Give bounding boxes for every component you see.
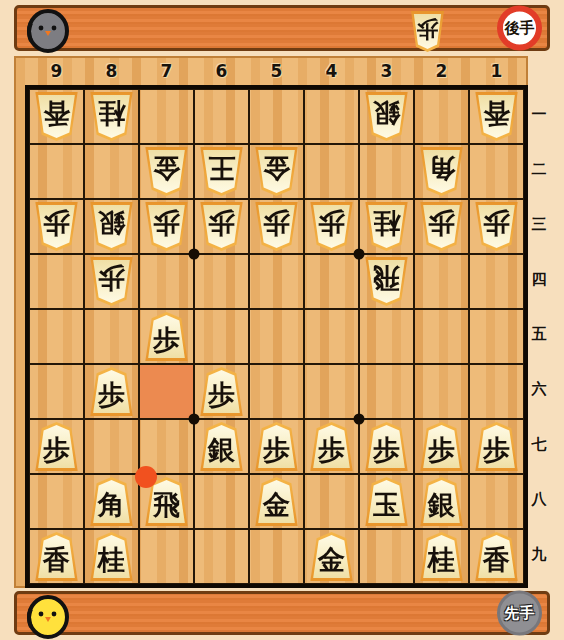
board-cell-1d[interactable] <box>469 254 524 309</box>
shogi-piece-sente[interactable]: 銀 <box>199 422 244 471</box>
board-cell-9a[interactable]: 香 <box>29 89 84 144</box>
piece-face: 角 <box>92 480 131 523</box>
board-cell-5e[interactable] <box>249 309 304 364</box>
board-cell-5d[interactable] <box>249 254 304 309</box>
shogi-piece-sente[interactable]: 歩 <box>34 422 79 471</box>
rank-label-9: 九 <box>528 527 550 582</box>
shogi-piece-gote[interactable]: 金 <box>144 147 189 196</box>
rank-label-4: 四 <box>528 252 550 307</box>
shogi-piece-gote[interactable]: 飛 <box>364 257 409 306</box>
shogi-piece-gote[interactable]: 歩 <box>199 202 244 251</box>
board-cell-3h[interactable]: 玉 <box>359 474 414 529</box>
board-cell-1b[interactable] <box>469 144 524 199</box>
piece-kanji: 歩 <box>43 211 70 238</box>
board-panel: 987654321 香桂銀香金王金角歩銀歩歩歩歩桂歩歩歩飛歩歩歩歩銀歩歩歩歩歩角… <box>14 56 528 588</box>
piece-face: 歩 <box>202 370 241 413</box>
board-cell-8g[interactable] <box>84 419 139 474</box>
shogi-piece-gote[interactable]: 歩 <box>89 257 134 306</box>
board-cell-3g[interactable]: 歩 <box>359 419 414 474</box>
file-label-3: 3 <box>359 61 414 81</box>
board-cell-7b[interactable]: 金 <box>139 144 194 199</box>
board-cell-1h[interactable] <box>469 474 524 529</box>
piece-kanji: 銀 <box>373 101 400 128</box>
chick-avatar-icon <box>25 595 71 640</box>
shogi-piece-gote[interactable]: 王 <box>199 147 244 196</box>
piece-face: 歩 <box>147 205 186 248</box>
board-cell-4d[interactable] <box>304 254 359 309</box>
piece-kanji: 王 <box>208 156 235 183</box>
piece-kanji: 金 <box>153 156 180 183</box>
board-cell-8f[interactable]: 歩 <box>84 364 139 419</box>
board-cell-8e[interactable] <box>84 309 139 364</box>
shogi-piece-sente[interactable]: 桂 <box>89 532 134 581</box>
board-cell-8b[interactable] <box>84 144 139 199</box>
board-cell-2a[interactable] <box>414 89 469 144</box>
board-cell-4g[interactable]: 歩 <box>304 419 359 474</box>
board-cell-2b[interactable]: 角 <box>414 144 469 199</box>
file-label-9: 9 <box>29 61 84 81</box>
shogi-piece-gote[interactable]: 桂 <box>364 202 409 251</box>
board-cell-4e[interactable] <box>304 309 359 364</box>
shogi-piece-gote[interactable]: 金 <box>254 147 299 196</box>
piece-face: 歩 <box>422 425 461 468</box>
piece-face: 桂 <box>92 535 131 578</box>
board-cell-5c[interactable]: 歩 <box>249 199 304 254</box>
shogi-piece-gote[interactable]: 銀 <box>364 92 409 141</box>
piece-kanji: 香 <box>483 101 510 128</box>
board-cell-6h[interactable] <box>194 474 249 529</box>
shogi-piece-sente[interactable]: 歩 <box>199 367 244 416</box>
piece-face: 歩 <box>312 425 351 468</box>
board-cell-6e[interactable] <box>194 309 249 364</box>
board-cell-2h[interactable]: 銀 <box>414 474 469 529</box>
piece-kanji: 歩 <box>263 211 290 238</box>
piece-kanji: 歩 <box>318 436 345 463</box>
piece-kanji: 桂 <box>428 546 455 573</box>
board-cell-5g[interactable]: 歩 <box>249 419 304 474</box>
shogi-piece-gote[interactable]: 歩 <box>144 202 189 251</box>
rank-label-8: 八 <box>528 472 550 527</box>
piece-kanji: 歩 <box>153 211 180 238</box>
piece-face: 歩 <box>477 205 516 248</box>
piece-kanji: 銀 <box>208 436 235 463</box>
board-cell-5b[interactable]: 金 <box>249 144 304 199</box>
star-point <box>189 249 200 260</box>
shogi-board: 香桂銀香金王金角歩銀歩歩歩歩桂歩歩歩飛歩歩歩歩銀歩歩歩歩歩角飛金玉銀香桂金桂香 <box>25 85 528 588</box>
file-label-4: 4 <box>304 61 359 81</box>
board-cell-4i[interactable]: 金 <box>304 529 359 584</box>
piece-kanji: 歩 <box>417 19 439 41</box>
piece-kanji: 飛 <box>153 491 180 518</box>
board-cell-2c[interactable]: 歩 <box>414 199 469 254</box>
shogi-piece-sente[interactable]: 歩 <box>89 367 134 416</box>
piece-kanji: 香 <box>43 546 70 573</box>
last-move-dot <box>135 466 157 488</box>
board-cell-3i[interactable] <box>359 529 414 584</box>
piece-face: 王 <box>202 150 241 193</box>
piece-kanji: 角 <box>428 156 455 183</box>
board-cell-9e[interactable] <box>29 309 84 364</box>
piece-kanji: 香 <box>483 546 510 573</box>
shogi-piece-sente[interactable]: 香 <box>34 532 79 581</box>
rank-label-5: 五 <box>528 307 550 362</box>
piece-face: 角 <box>422 150 461 193</box>
board-cell-6a[interactable] <box>194 89 249 144</box>
piece-face: 歩 <box>92 370 131 413</box>
shogi-piece-gote[interactable]: 香 <box>34 92 79 141</box>
file-label-5: 5 <box>249 61 304 81</box>
piece-kanji: 歩 <box>208 211 235 238</box>
shogi-piece-sente[interactable]: 金 <box>309 532 354 581</box>
board-cell-7c[interactable]: 歩 <box>139 199 194 254</box>
shogi-piece-sente[interactable]: 歩 <box>364 422 409 471</box>
piece-kanji: 歩 <box>98 381 125 408</box>
piece-face: 銀 <box>92 205 131 248</box>
shogi-piece-gote[interactable]: 角 <box>419 147 464 196</box>
sente-player-bar: 先手 <box>14 591 550 635</box>
rank-label-3: 三 <box>528 197 550 252</box>
board-cell-8c[interactable]: 銀 <box>84 199 139 254</box>
shogi-piece-sente[interactable]: 歩 <box>474 422 519 471</box>
shogi-piece-gote[interactable]: 香 <box>474 92 519 141</box>
star-point <box>354 249 365 260</box>
file-label-8: 8 <box>84 61 139 81</box>
file-label-2: 2 <box>414 61 469 81</box>
piece-kanji: 金 <box>263 491 290 518</box>
board-cell-3b[interactable] <box>359 144 414 199</box>
piece-face: 飛 <box>147 480 186 523</box>
piece-face: 歩 <box>257 425 296 468</box>
shogi-piece-gote[interactable]: 歩 <box>34 202 79 251</box>
board-cell-6f[interactable]: 歩 <box>194 364 249 419</box>
piece-face: 玉 <box>367 480 406 523</box>
piece-face: 歩 <box>202 205 241 248</box>
board-cell-6i[interactable] <box>194 529 249 584</box>
piece-kanji: 桂 <box>98 546 125 573</box>
board-cell-4a[interactable] <box>304 89 359 144</box>
board-cell-1e[interactable] <box>469 309 524 364</box>
board-cell-8i[interactable]: 桂 <box>84 529 139 584</box>
piece-face: 銀 <box>367 95 406 138</box>
board-cell-1c[interactable]: 歩 <box>469 199 524 254</box>
board-cell-7e[interactable]: 歩 <box>139 309 194 364</box>
piece-kanji: 歩 <box>98 266 125 293</box>
board-cell-5h[interactable]: 金 <box>249 474 304 529</box>
piece-face: 桂 <box>367 205 406 248</box>
board-cell-1g[interactable]: 歩 <box>469 419 524 474</box>
piece-face: 金 <box>147 150 186 193</box>
board-cell-1a[interactable]: 香 <box>469 89 524 144</box>
shogi-piece-sente[interactable]: 歩 <box>144 312 189 361</box>
piece-kanji: 歩 <box>318 211 345 238</box>
piece-face: 銀 <box>422 480 461 523</box>
rank-label-1: 一 <box>528 87 550 142</box>
board-cell-6c[interactable]: 歩 <box>194 199 249 254</box>
piece-face: 歩 <box>312 205 351 248</box>
piece-kanji: 歩 <box>263 436 290 463</box>
board-cell-9d[interactable] <box>29 254 84 309</box>
board-cell-2e[interactable] <box>414 309 469 364</box>
board-cell-4c[interactable]: 歩 <box>304 199 359 254</box>
piece-kanji: 金 <box>263 156 290 183</box>
sente-turn-badge: 先手 <box>497 591 542 636</box>
piece-face: 飛 <box>367 260 406 303</box>
shogi-piece-gote[interactable]: 歩 <box>419 202 464 251</box>
piece-face: 歩 <box>422 205 461 248</box>
star-point <box>189 414 200 425</box>
shogi-piece-sente[interactable]: 歩 <box>309 422 354 471</box>
piece-kanji: 桂 <box>98 101 125 128</box>
piece-face: 香 <box>477 535 516 578</box>
piece-face: 金 <box>257 480 296 523</box>
file-label-1: 1 <box>469 61 524 81</box>
rank-label-7: 七 <box>528 417 550 472</box>
piece-kanji: 銀 <box>98 211 125 238</box>
board-cell-2i[interactable]: 桂 <box>414 529 469 584</box>
piece-face: 桂 <box>422 535 461 578</box>
piece-face: 歩 <box>367 425 406 468</box>
board-cell-9i[interactable]: 香 <box>29 529 84 584</box>
board-cell-5i[interactable] <box>249 529 304 584</box>
board-cell-5f[interactable] <box>249 364 304 419</box>
board-cell-8a[interactable]: 桂 <box>84 89 139 144</box>
piece-face: 金 <box>312 535 351 578</box>
shogi-piece-gote[interactable]: 歩 <box>309 202 354 251</box>
shogi-piece-sente[interactable]: 歩 <box>254 422 299 471</box>
piece-kanji: 歩 <box>153 326 180 353</box>
board-cell-3a[interactable]: 銀 <box>359 89 414 144</box>
gote-player-bar: 歩 後手 <box>14 5 550 51</box>
shogi-piece-gote[interactable]: 歩 <box>254 202 299 251</box>
shogi-piece-gote[interactable]: 歩 <box>410 11 445 52</box>
piece-kanji: 歩 <box>483 436 510 463</box>
piece-kanji: 飛 <box>373 266 400 293</box>
piece-kanji: 香 <box>43 101 70 128</box>
piece-kanji: 歩 <box>428 436 455 463</box>
piece-kanji: 歩 <box>208 381 235 408</box>
piece-face: 歩 <box>147 315 186 358</box>
board-cell-9g[interactable]: 歩 <box>29 419 84 474</box>
board-cell-3d[interactable]: 飛 <box>359 254 414 309</box>
piece-face: 銀 <box>202 425 241 468</box>
piece-face: 桂 <box>92 95 131 138</box>
shogi-piece-sente[interactable]: 歩 <box>419 422 464 471</box>
board-cell-9b[interactable] <box>29 144 84 199</box>
board-cell-3c[interactable]: 桂 <box>359 199 414 254</box>
file-label-6: 6 <box>194 61 249 81</box>
rank-label-2: 二 <box>528 142 550 197</box>
piece-face: 歩 <box>257 205 296 248</box>
piece-kanji: 桂 <box>373 211 400 238</box>
piece-face: 香 <box>37 535 76 578</box>
penguin-avatar-icon <box>25 9 71 57</box>
piece-face: 金 <box>257 150 296 193</box>
shogi-piece-sente[interactable]: 玉 <box>364 477 409 526</box>
board-cell-2d[interactable] <box>414 254 469 309</box>
piece-kanji: 歩 <box>373 436 400 463</box>
board-cell-9h[interactable] <box>29 474 84 529</box>
rank-label-6: 六 <box>528 362 550 417</box>
board-cell-7f[interactable] <box>139 364 194 419</box>
shogi-piece-sente[interactable]: 銀 <box>419 477 464 526</box>
board-cell-4b[interactable] <box>304 144 359 199</box>
board-cell-4f[interactable] <box>304 364 359 419</box>
board-cell-2g[interactable]: 歩 <box>414 419 469 474</box>
piece-face: 歩 <box>92 260 131 303</box>
shogi-piece-gote[interactable]: 歩 <box>474 202 519 251</box>
board-cell-5a[interactable] <box>249 89 304 144</box>
piece-face: 歩 <box>477 425 516 468</box>
gote-turn-badge: 後手 <box>497 6 542 51</box>
file-label-7: 7 <box>139 61 194 81</box>
board-cell-1f[interactable] <box>469 364 524 419</box>
shogi-piece-sente[interactable]: 香 <box>474 532 519 581</box>
piece-kanji: 歩 <box>43 436 70 463</box>
gote-captured-pieces[interactable]: 歩 <box>410 11 445 52</box>
board-cell-7a[interactable] <box>139 89 194 144</box>
piece-kanji: 金 <box>318 546 345 573</box>
piece-kanji: 銀 <box>428 491 455 518</box>
board-cell-9f[interactable] <box>29 364 84 419</box>
board-cell-3f[interactable] <box>359 364 414 419</box>
shogi-piece-gote[interactable]: 桂 <box>89 92 134 141</box>
board-cell-4h[interactable] <box>304 474 359 529</box>
board-cell-7i[interactable] <box>139 529 194 584</box>
board-cell-9c[interactable]: 歩 <box>29 199 84 254</box>
piece-face: 歩 <box>37 205 76 248</box>
piece-kanji: 玉 <box>373 491 400 518</box>
piece-face: 香 <box>477 95 516 138</box>
board-cell-6g[interactable]: 銀 <box>194 419 249 474</box>
piece-face: 歩 <box>37 425 76 468</box>
board-cell-6d[interactable] <box>194 254 249 309</box>
shogi-piece-sente[interactable]: 金 <box>254 477 299 526</box>
board-cell-8h[interactable]: 角 <box>84 474 139 529</box>
piece-kanji: 歩 <box>483 211 510 238</box>
board-cell-1i[interactable]: 香 <box>469 529 524 584</box>
piece-kanji: 角 <box>98 491 125 518</box>
board-cell-2f[interactable] <box>414 364 469 419</box>
piece-kanji: 歩 <box>428 211 455 238</box>
shogi-piece-gote[interactable]: 銀 <box>89 202 134 251</box>
board-cell-3e[interactable] <box>359 309 414 364</box>
board-cell-7d[interactable] <box>139 254 194 309</box>
piece-face: 歩 <box>413 14 442 49</box>
piece-face: 香 <box>37 95 76 138</box>
shogi-piece-sente[interactable]: 角 <box>89 477 134 526</box>
star-point <box>354 414 365 425</box>
board-cell-8d[interactable]: 歩 <box>84 254 139 309</box>
board-cell-6b[interactable]: 王 <box>194 144 249 199</box>
shogi-piece-sente[interactable]: 桂 <box>419 532 464 581</box>
